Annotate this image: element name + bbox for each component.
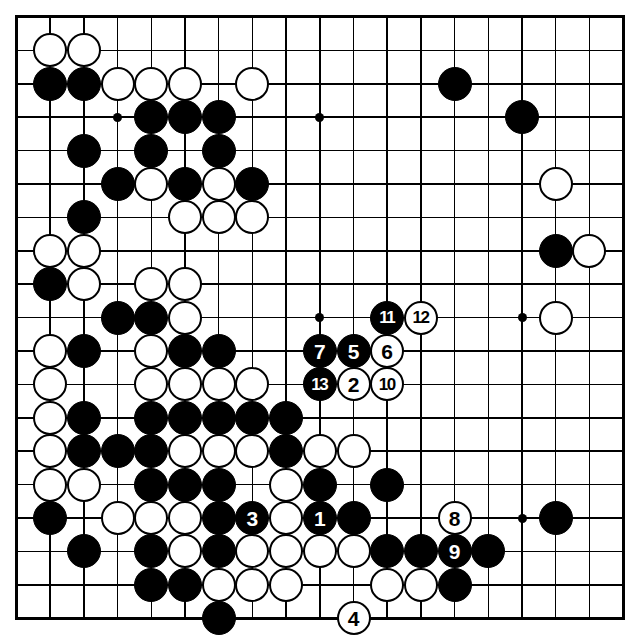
white-stone bbox=[202, 167, 236, 201]
black-stone bbox=[168, 468, 202, 502]
black-stone bbox=[202, 134, 236, 168]
move-number-label: 11 bbox=[379, 309, 394, 326]
black-stone bbox=[202, 401, 236, 435]
white-stone bbox=[202, 200, 236, 234]
black-stone bbox=[67, 401, 101, 435]
black-stone bbox=[202, 501, 236, 535]
white-stone bbox=[134, 67, 168, 101]
black-stone bbox=[33, 501, 67, 535]
move-2-stone: 2 bbox=[337, 367, 371, 401]
star-point bbox=[315, 113, 324, 122]
black-stone bbox=[101, 301, 135, 335]
white-stone bbox=[33, 468, 67, 502]
move-6-stone: 6 bbox=[370, 334, 404, 368]
black-stone bbox=[134, 468, 168, 502]
move-4-stone: 4 bbox=[337, 601, 371, 635]
white-stone bbox=[269, 568, 303, 602]
move-9-stone: 9 bbox=[438, 534, 472, 568]
go-diagram: 11127561321031894 bbox=[0, 0, 640, 640]
white-stone bbox=[404, 568, 438, 602]
white-stone bbox=[101, 501, 135, 535]
move-number-label: 2 bbox=[348, 374, 360, 395]
move-1-stone: 1 bbox=[303, 501, 337, 535]
move-number-label: 7 bbox=[314, 341, 326, 362]
move-12-stone: 12 bbox=[404, 301, 438, 335]
move-number-label: 5 bbox=[348, 341, 360, 362]
white-stone bbox=[202, 568, 236, 602]
black-stone bbox=[134, 568, 168, 602]
move-number-label: 4 bbox=[348, 608, 360, 629]
black-stone bbox=[168, 100, 202, 134]
move-11-stone: 11 bbox=[370, 301, 404, 335]
black-stone bbox=[168, 167, 202, 201]
white-stone bbox=[67, 234, 101, 268]
black-stone bbox=[303, 468, 337, 502]
black-stone bbox=[33, 67, 67, 101]
white-stone bbox=[33, 234, 67, 268]
white-stone bbox=[67, 468, 101, 502]
black-stone bbox=[202, 334, 236, 368]
black-stone bbox=[438, 568, 472, 602]
white-stone bbox=[235, 67, 269, 101]
grid-line-horizontal bbox=[17, 150, 624, 152]
black-stone bbox=[539, 501, 573, 535]
black-stone bbox=[67, 134, 101, 168]
black-stone bbox=[202, 601, 236, 635]
black-stone bbox=[370, 468, 404, 502]
black-stone bbox=[67, 434, 101, 468]
white-stone bbox=[168, 267, 202, 301]
white-stone bbox=[303, 434, 337, 468]
white-stone bbox=[572, 234, 606, 268]
star-point bbox=[518, 514, 527, 523]
move-number-label: 6 bbox=[381, 341, 393, 362]
black-stone bbox=[539, 234, 573, 268]
black-stone bbox=[235, 401, 269, 435]
black-stone bbox=[269, 401, 303, 435]
star-point bbox=[113, 113, 122, 122]
white-stone bbox=[168, 301, 202, 335]
white-stone bbox=[337, 434, 371, 468]
white-stone bbox=[168, 434, 202, 468]
white-stone bbox=[269, 501, 303, 535]
black-stone bbox=[67, 334, 101, 368]
black-stone bbox=[337, 501, 371, 535]
black-stone bbox=[202, 534, 236, 568]
white-stone bbox=[269, 468, 303, 502]
white-stone bbox=[370, 568, 404, 602]
white-stone bbox=[539, 167, 573, 201]
move-number-label: 9 bbox=[449, 541, 461, 562]
move-number-label: 8 bbox=[449, 508, 461, 529]
move-5-stone: 5 bbox=[337, 334, 371, 368]
white-stone bbox=[303, 534, 337, 568]
black-stone bbox=[134, 134, 168, 168]
black-stone bbox=[168, 334, 202, 368]
move-number-label: 12 bbox=[412, 309, 428, 326]
move-7-stone: 7 bbox=[303, 334, 337, 368]
black-stone bbox=[438, 67, 472, 101]
white-stone bbox=[337, 534, 371, 568]
white-stone bbox=[33, 334, 67, 368]
move-number-label: 1 bbox=[314, 508, 326, 529]
black-stone bbox=[168, 568, 202, 602]
white-stone bbox=[33, 401, 67, 435]
black-stone bbox=[168, 401, 202, 435]
black-stone bbox=[134, 301, 168, 335]
white-stone bbox=[168, 67, 202, 101]
black-stone bbox=[67, 67, 101, 101]
black-stone bbox=[134, 401, 168, 435]
white-stone bbox=[202, 434, 236, 468]
grid-line-horizontal bbox=[17, 283, 624, 285]
black-stone bbox=[202, 100, 236, 134]
black-stone bbox=[202, 468, 236, 502]
white-stone bbox=[101, 67, 135, 101]
grid-line-horizontal bbox=[17, 584, 624, 586]
white-stone bbox=[168, 501, 202, 535]
black-stone bbox=[101, 434, 135, 468]
go-board: 11127561321031894 bbox=[0, 0, 640, 640]
white-stone bbox=[539, 301, 573, 335]
grid-line-horizontal bbox=[17, 250, 624, 252]
move-8-stone: 8 bbox=[438, 501, 472, 535]
star-point bbox=[518, 313, 527, 322]
grid-line-horizontal bbox=[17, 417, 624, 419]
white-stone bbox=[202, 367, 236, 401]
move-13-stone: 13 bbox=[303, 367, 337, 401]
black-stone bbox=[101, 167, 135, 201]
white-stone bbox=[235, 568, 269, 602]
move-number-label: 10 bbox=[379, 376, 395, 393]
grid-line-horizontal bbox=[17, 50, 624, 52]
white-stone bbox=[67, 267, 101, 301]
move-number-label: 13 bbox=[311, 376, 327, 393]
move-number-label: 3 bbox=[247, 508, 259, 529]
grid-line-horizontal bbox=[17, 217, 624, 219]
black-stone bbox=[505, 100, 539, 134]
